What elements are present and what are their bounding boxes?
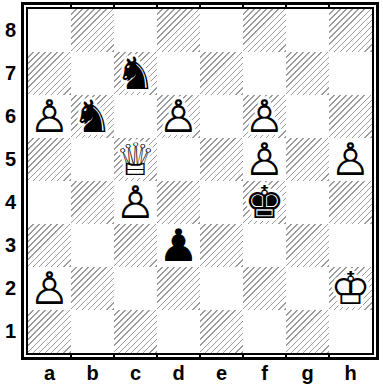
square-a4[interactable] — [28, 181, 71, 224]
square-h6[interactable] — [329, 95, 372, 138]
border-tick — [199, 355, 201, 357]
square-b2[interactable] — [71, 267, 114, 310]
square-d8[interactable] — [157, 9, 200, 52]
square-f2[interactable] — [243, 267, 286, 310]
piece-glyph: ♙ — [28, 267, 71, 310]
piece-white-pawn[interactable]: ♟♙ — [329, 138, 372, 181]
square-e7[interactable] — [200, 52, 243, 95]
file-label-f: f — [243, 360, 286, 387]
square-g3[interactable] — [286, 224, 329, 267]
square-c7[interactable]: ♞♞ — [114, 52, 157, 95]
square-e4[interactable] — [200, 181, 243, 224]
border-tick — [199, 5, 201, 7]
square-e1[interactable] — [200, 310, 243, 353]
square-f6[interactable]: ♟♙ — [243, 95, 286, 138]
border-tick — [285, 5, 287, 7]
piece-glyph: ♙ — [329, 138, 372, 181]
square-g7[interactable] — [286, 52, 329, 95]
piece-black-knight[interactable]: ♞♞ — [71, 95, 114, 138]
square-f1[interactable] — [243, 310, 286, 353]
board-inner-border: ♞♞♟♙♞♞♟♙♟♙♛♕♟♙♟♙♟♙♚♚♟♟♟♙♚♔ — [26, 7, 374, 355]
border-tick — [328, 5, 330, 7]
border-tick — [242, 355, 244, 357]
square-c1[interactable] — [114, 310, 157, 353]
chess-diagram: 87654321 ♞♞♟♙♞♞♟♙♟♙♛♕♟♙♟♙♟♙♚♚♟♟♟♙♚♔ abcd… — [0, 0, 383, 387]
file-label-e: e — [200, 360, 243, 387]
square-h1[interactable] — [329, 310, 372, 353]
square-c8[interactable] — [114, 9, 157, 52]
file-labels: abcdefgh — [28, 360, 372, 387]
piece-white-pawn[interactable]: ♟♙ — [28, 267, 71, 310]
square-g8[interactable] — [286, 9, 329, 52]
square-d2[interactable] — [157, 267, 200, 310]
rank-label-7: 7 — [0, 52, 21, 95]
border-ticks-top — [28, 5, 372, 7]
piece-glyph: ♙ — [28, 95, 71, 138]
square-a6[interactable]: ♟♙ — [28, 95, 71, 138]
square-b4[interactable] — [71, 181, 114, 224]
rank-label-4: 4 — [0, 181, 21, 224]
square-d7[interactable] — [157, 52, 200, 95]
piece-white-queen[interactable]: ♛♕ — [114, 138, 157, 181]
square-d3[interactable]: ♟♟ — [157, 224, 200, 267]
square-h5[interactable]: ♟♙ — [329, 138, 372, 181]
square-c3[interactable] — [114, 224, 157, 267]
border-tick — [113, 355, 115, 357]
piece-glyph: ♙ — [157, 95, 200, 138]
square-f8[interactable] — [243, 9, 286, 52]
file-label-b: b — [71, 360, 114, 387]
square-a8[interactable] — [28, 9, 71, 52]
rank-label-5: 5 — [0, 138, 21, 181]
square-b6[interactable]: ♞♞ — [71, 95, 114, 138]
rank-label-1: 1 — [0, 310, 21, 353]
square-a5[interactable] — [28, 138, 71, 181]
square-f3[interactable] — [243, 224, 286, 267]
piece-glyph: ♞ — [71, 95, 114, 138]
rank-labels: 87654321 — [0, 9, 21, 353]
square-b7[interactable] — [71, 52, 114, 95]
square-d5[interactable] — [157, 138, 200, 181]
square-c4[interactable]: ♟♙ — [114, 181, 157, 224]
square-e5[interactable] — [200, 138, 243, 181]
piece-glyph: ♕ — [114, 138, 157, 181]
square-c6[interactable] — [114, 95, 157, 138]
square-b1[interactable] — [71, 310, 114, 353]
piece-glyph: ♔ — [329, 267, 372, 310]
square-e3[interactable] — [200, 224, 243, 267]
square-f7[interactable] — [243, 52, 286, 95]
rank-label-8: 8 — [0, 9, 21, 52]
piece-white-pawn[interactable]: ♟♙ — [243, 138, 286, 181]
piece-glyph: ♟ — [157, 224, 200, 267]
square-a1[interactable] — [28, 310, 71, 353]
piece-white-pawn[interactable]: ♟♙ — [28, 95, 71, 138]
square-a7[interactable] — [28, 52, 71, 95]
square-c5[interactable]: ♛♕ — [114, 138, 157, 181]
rank-label-6: 6 — [0, 95, 21, 138]
file-label-d: d — [157, 360, 200, 387]
square-b8[interactable] — [71, 9, 114, 52]
square-h4[interactable] — [329, 181, 372, 224]
file-label-g: g — [286, 360, 329, 387]
square-f5[interactable]: ♟♙ — [243, 138, 286, 181]
piece-white-pawn[interactable]: ♟♙ — [157, 95, 200, 138]
square-f4[interactable]: ♚♚ — [243, 181, 286, 224]
square-g4[interactable] — [286, 181, 329, 224]
square-h2[interactable]: ♚♔ — [329, 267, 372, 310]
piece-white-pawn[interactable]: ♟♙ — [114, 181, 157, 224]
border-tick — [242, 5, 244, 7]
square-g5[interactable] — [286, 138, 329, 181]
border-tick — [328, 355, 330, 357]
board-frame: ♞♞♟♙♞♞♟♙♟♙♛♕♟♙♟♙♟♙♚♚♟♟♟♙♚♔ — [21, 2, 379, 360]
file-label-h: h — [329, 360, 372, 387]
square-h3[interactable] — [329, 224, 372, 267]
border-tick — [70, 5, 72, 7]
piece-glyph: ♙ — [243, 95, 286, 138]
square-d1[interactable] — [157, 310, 200, 353]
piece-black-king[interactable]: ♚♚ — [243, 181, 286, 224]
piece-glyph: ♞ — [114, 52, 157, 95]
border-tick — [156, 5, 158, 7]
square-a3[interactable] — [28, 224, 71, 267]
rank-label-2: 2 — [0, 267, 21, 310]
border-tick — [70, 355, 72, 357]
piece-black-pawn[interactable]: ♟♟ — [157, 224, 200, 267]
border-tick — [156, 355, 158, 357]
square-g2[interactable] — [286, 267, 329, 310]
chess-board: ♞♞♟♙♞♞♟♙♟♙♛♕♟♙♟♙♟♙♚♚♟♟♟♙♚♔ — [28, 9, 372, 353]
border-tick — [113, 5, 115, 7]
square-d6[interactable]: ♟♙ — [157, 95, 200, 138]
square-c2[interactable] — [114, 267, 157, 310]
square-b3[interactable] — [71, 224, 114, 267]
square-g6[interactable] — [286, 95, 329, 138]
piece-glyph: ♙ — [114, 181, 157, 224]
square-b5[interactable] — [71, 138, 114, 181]
square-g1[interactable] — [286, 310, 329, 353]
square-h7[interactable] — [329, 52, 372, 95]
piece-black-knight[interactable]: ♞♞ — [114, 52, 157, 95]
piece-white-pawn[interactable]: ♟♙ — [243, 95, 286, 138]
file-label-a: a — [28, 360, 71, 387]
square-e8[interactable] — [200, 9, 243, 52]
square-e2[interactable] — [200, 267, 243, 310]
piece-glyph: ♙ — [243, 138, 286, 181]
piece-white-king[interactable]: ♚♔ — [329, 267, 372, 310]
piece-glyph: ♚ — [243, 181, 286, 224]
square-d4[interactable] — [157, 181, 200, 224]
border-ticks-bottom — [28, 355, 372, 357]
rank-label-3: 3 — [0, 224, 21, 267]
square-h8[interactable] — [329, 9, 372, 52]
border-tick — [285, 355, 287, 357]
square-a2[interactable]: ♟♙ — [28, 267, 71, 310]
square-e6[interactable] — [200, 95, 243, 138]
file-label-c: c — [114, 360, 157, 387]
